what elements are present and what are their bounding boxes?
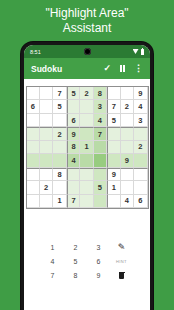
cell-r1c1[interactable] <box>27 87 40 100</box>
battery-icon <box>141 49 145 55</box>
key-5[interactable]: 5 <box>64 254 87 268</box>
cell-r4c8[interactable] <box>121 127 134 140</box>
cell-r6c1[interactable] <box>27 154 40 167</box>
cell-r5c2[interactable] <box>40 141 53 154</box>
caption: "Highlight Area" Assistant <box>0 0 174 36</box>
cell-r4c6[interactable]: 7 <box>94 127 107 140</box>
screenshot-root: { "game": "sudoku", "position": "0075280… <box>0 0 174 310</box>
cell-r7c3[interactable]: 8 <box>53 168 66 181</box>
key-7[interactable]: 7 <box>41 268 64 282</box>
cell-r4c5[interactable] <box>80 127 93 140</box>
overflow-menu-icon[interactable]: ⋮ <box>134 64 143 73</box>
app-bar-actions: ✓ ⋮ <box>103 64 143 73</box>
cell-r6c7[interactable] <box>107 154 120 167</box>
cell-r3c9[interactable]: 3 <box>134 114 147 127</box>
cell-r5c5[interactable]: 1 <box>80 141 93 154</box>
check-icon[interactable]: ✓ <box>103 64 111 73</box>
status-icons <box>133 49 145 55</box>
wifi-icon <box>133 49 139 54</box>
hint-button[interactable]: HINT <box>110 254 133 268</box>
cell-r9c9[interactable]: 6 <box>134 195 147 208</box>
cell-r5c7[interactable] <box>107 141 120 154</box>
cell-r1c5[interactable]: 2 <box>80 87 93 100</box>
cell-r6c5[interactable] <box>80 154 93 167</box>
key-9[interactable]: 9 <box>87 268 110 282</box>
cell-r2c1[interactable]: 6 <box>27 100 40 113</box>
cell-r1c4[interactable]: 5 <box>67 87 80 100</box>
cell-r8c1[interactable] <box>27 181 40 194</box>
cell-r4c9[interactable] <box>134 127 147 140</box>
status-time: 8:51 <box>30 49 41 55</box>
cell-r2c7[interactable]: 7 <box>107 100 120 113</box>
cell-r9c6[interactable] <box>94 195 107 208</box>
cell-r7c6[interactable] <box>94 168 107 181</box>
cell-r3c3[interactable] <box>53 114 66 127</box>
cell-r6c2[interactable] <box>40 154 53 167</box>
hint-label: HINT <box>116 259 127 264</box>
status-bar: 8:51 <box>24 45 150 58</box>
cell-r2c4[interactable] <box>67 100 80 113</box>
cell-r6c3[interactable] <box>53 154 66 167</box>
key-3[interactable]: 3 <box>87 240 110 254</box>
cell-r1c9[interactable]: 9 <box>134 87 147 100</box>
cell-r2c6[interactable]: 3 <box>94 100 107 113</box>
cell-r5c4[interactable]: 8 <box>67 141 80 154</box>
sudoku-grid: 75289653724645329781249892511746 <box>26 86 149 209</box>
app-title: Sudoku <box>31 64 103 74</box>
cell-r3c7[interactable]: 5 <box>107 114 120 127</box>
cell-r5c6[interactable] <box>94 141 107 154</box>
cell-r5c8[interactable] <box>121 141 134 154</box>
caption-line2: Assistant <box>0 21 174 36</box>
cell-r4c3[interactable]: 2 <box>53 127 66 140</box>
pause-icon[interactable] <box>120 65 125 72</box>
cell-r5c1[interactable] <box>27 141 40 154</box>
pencil-icon: ✎ <box>118 242 126 252</box>
cell-r1c6[interactable]: 8 <box>94 87 107 100</box>
cell-r1c7[interactable] <box>107 87 120 100</box>
camera-punch-hole <box>84 48 91 55</box>
trash-icon <box>119 271 125 279</box>
number-keypad: 123✎456HINT789 <box>41 240 133 282</box>
cell-r1c3[interactable]: 7 <box>53 87 66 100</box>
phone-screen: 8:51 Sudoku ✓ ⋮ 752896537246453297812498… <box>24 45 150 310</box>
cell-r9c5[interactable] <box>80 195 93 208</box>
phone-mockup: 8:51 Sudoku ✓ ⋮ 752896537246453297812498… <box>21 42 153 310</box>
cell-r2c5[interactable] <box>80 100 93 113</box>
cell-r2c3[interactable]: 5 <box>53 100 66 113</box>
cell-r8c3[interactable] <box>53 181 66 194</box>
cell-r4c2[interactable] <box>40 127 53 140</box>
game-content: 75289653724645329781249892511746 123✎456… <box>24 79 150 310</box>
cell-r9c8[interactable]: 4 <box>121 195 134 208</box>
cell-r2c9[interactable]: 4 <box>134 100 147 113</box>
cell-r1c8[interactable] <box>121 87 134 100</box>
cell-r8c4[interactable] <box>67 181 80 194</box>
cell-r4c1[interactable] <box>27 127 40 140</box>
cell-r4c7[interactable] <box>107 127 120 140</box>
cell-r9c3[interactable]: 1 <box>53 195 66 208</box>
cell-r6c8[interactable]: 9 <box>121 154 134 167</box>
cell-r4c4[interactable]: 9 <box>67 127 80 140</box>
cell-r3c5[interactable] <box>80 114 93 127</box>
key-1[interactable]: 1 <box>41 240 64 254</box>
cell-r2c8[interactable]: 2 <box>121 100 134 113</box>
pencil-button[interactable]: ✎ <box>110 240 133 254</box>
key-8[interactable]: 8 <box>64 268 87 282</box>
cell-r7c7[interactable]: 9 <box>107 168 120 181</box>
caption-line1: "Highlight Area" <box>0 6 174 21</box>
key-6[interactable]: 6 <box>87 254 110 268</box>
cell-r7c4[interactable] <box>67 168 80 181</box>
cell-r8c6[interactable]: 5 <box>94 181 107 194</box>
cell-r3c1[interactable] <box>27 114 40 127</box>
cell-r8c8[interactable] <box>121 181 134 194</box>
cell-r7c2[interactable] <box>40 168 53 181</box>
cell-r8c7[interactable]: 1 <box>107 181 120 194</box>
cell-r9c2[interactable] <box>40 195 53 208</box>
cell-r7c8[interactable] <box>121 168 134 181</box>
cell-r9c7[interactable] <box>107 195 120 208</box>
cell-r7c1[interactable] <box>27 168 40 181</box>
cell-r5c9[interactable]: 2 <box>134 141 147 154</box>
cell-r3c8[interactable] <box>121 114 134 127</box>
cell-r3c2[interactable] <box>40 114 53 127</box>
delete-button[interactable] <box>110 268 133 282</box>
cell-r8c2[interactable]: 2 <box>40 181 53 194</box>
key-4[interactable]: 4 <box>41 254 64 268</box>
key-2[interactable]: 2 <box>64 240 87 254</box>
cell-r9c4[interactable]: 7 <box>67 195 80 208</box>
cell-r3c6[interactable]: 4 <box>94 114 107 127</box>
cell-r6c6[interactable] <box>94 154 107 167</box>
cell-r2c2[interactable] <box>40 100 53 113</box>
cell-r8c5[interactable] <box>80 181 93 194</box>
cell-r6c9[interactable] <box>134 154 147 167</box>
cell-r8c9[interactable] <box>134 181 147 194</box>
cell-r6c4[interactable]: 4 <box>67 154 80 167</box>
app-bar: Sudoku ✓ ⋮ <box>24 58 150 79</box>
cell-r1c2[interactable] <box>40 87 53 100</box>
cell-r9c1[interactable] <box>27 195 40 208</box>
cell-r7c5[interactable] <box>80 168 93 181</box>
cell-r7c9[interactable] <box>134 168 147 181</box>
cell-r5c3[interactable] <box>53 141 66 154</box>
cell-r3c4[interactable]: 6 <box>67 114 80 127</box>
